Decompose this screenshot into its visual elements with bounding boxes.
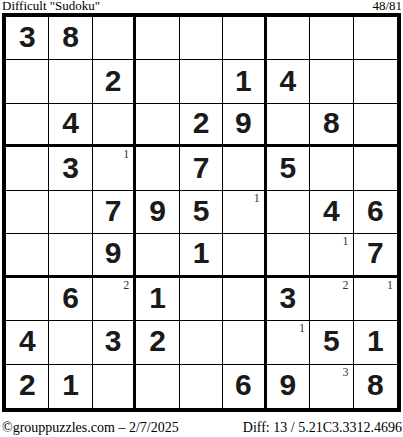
given-digit: 2	[105, 66, 122, 98]
cell-r2c2[interactable]	[49, 60, 92, 103]
cell-r2c3: 2	[93, 60, 136, 103]
cell-r5c3: 7	[93, 191, 136, 234]
cell-r8c3: 3	[93, 321, 136, 364]
given-digit: 8	[323, 108, 340, 140]
cell-r7c9[interactable]: 1	[354, 278, 397, 321]
given-digit: 9	[149, 196, 166, 228]
given-digit: 2	[193, 108, 210, 140]
sudoku-board: 3821442983175795146911762132143215121693…	[2, 13, 401, 412]
cell-r3c9[interactable]	[354, 104, 397, 147]
progress-counter: 48/81	[372, 0, 402, 12]
cell-r7c2: 6	[49, 278, 92, 321]
cell-r8c1: 4	[6, 321, 49, 364]
cell-r6c5: 1	[180, 234, 223, 277]
given-digit: 1	[235, 66, 252, 98]
cell-r4c2: 3	[49, 147, 92, 190]
given-digit: 2	[19, 370, 36, 402]
cell-r3c5: 2	[180, 104, 223, 147]
cell-r1c2: 8	[49, 17, 92, 60]
cell-r1c1: 3	[6, 17, 49, 60]
pencil-mark: 1	[299, 322, 305, 334]
cell-r2c6: 1	[223, 60, 266, 103]
cell-r3c6: 9	[223, 104, 266, 147]
page-title: Difficult "Sudoku"	[2, 0, 100, 12]
given-digit: 4	[280, 66, 297, 98]
pencil-mark: 1	[387, 279, 393, 291]
cell-r2c9[interactable]	[354, 60, 397, 103]
given-digit: 8	[62, 22, 79, 54]
cell-r9c8[interactable]: 3	[310, 365, 353, 408]
given-digit: 1	[149, 283, 166, 315]
cell-r7c6[interactable]	[223, 278, 266, 321]
cell-r3c4[interactable]	[136, 104, 179, 147]
cell-r8c5[interactable]	[180, 321, 223, 364]
cell-r5c2[interactable]	[49, 191, 92, 234]
cell-r9c9: 8	[354, 365, 397, 408]
cell-r6c4[interactable]	[136, 234, 179, 277]
given-digit: 6	[235, 370, 252, 402]
cell-r1c9[interactable]	[354, 17, 397, 60]
footer: ©grouppuzzles.com – 2/7/2025 Diff: 13 / …	[2, 418, 402, 435]
given-digit: 3	[280, 283, 297, 315]
cell-r7c3[interactable]: 2	[93, 278, 136, 321]
cell-r1c6[interactable]	[223, 17, 266, 60]
given-digit: 7	[367, 238, 384, 270]
cell-r4c1[interactable]	[6, 147, 49, 190]
given-digit: 6	[62, 283, 79, 315]
cell-r4c8[interactable]	[310, 147, 353, 190]
cell-r5c6[interactable]: 1	[223, 191, 266, 234]
cell-r2c5[interactable]	[180, 60, 223, 103]
given-digit: 5	[193, 196, 210, 228]
given-digit: 4	[62, 108, 79, 140]
cell-r3c3[interactable]	[93, 104, 136, 147]
cell-r1c3[interactable]	[93, 17, 136, 60]
given-digit: 3	[62, 153, 79, 185]
cell-r5c5: 5	[180, 191, 223, 234]
cell-r4c6[interactable]	[223, 147, 266, 190]
cell-r4c3[interactable]: 1	[93, 147, 136, 190]
cell-r4c7: 5	[267, 147, 310, 190]
cell-r3c7[interactable]	[267, 104, 310, 147]
given-digit: 3	[105, 326, 122, 358]
given-digit: 1	[367, 326, 384, 358]
cell-r9c5[interactable]	[180, 365, 223, 408]
cell-r3c8: 8	[310, 104, 353, 147]
cell-r6c9: 7	[354, 234, 397, 277]
pencil-mark: 1	[123, 148, 129, 160]
cell-r8c4: 2	[136, 321, 179, 364]
cell-r3c1[interactable]	[6, 104, 49, 147]
cell-r2c7: 4	[267, 60, 310, 103]
cell-r1c5[interactable]	[180, 17, 223, 60]
given-digit: 2	[149, 326, 166, 358]
cell-r4c9[interactable]	[354, 147, 397, 190]
cell-r5c9: 6	[354, 191, 397, 234]
cell-r1c7[interactable]	[267, 17, 310, 60]
cell-r9c6: 6	[223, 365, 266, 408]
cell-r2c1[interactable]	[6, 60, 49, 103]
given-digit: 5	[280, 153, 297, 185]
cell-r7c8[interactable]: 2	[310, 278, 353, 321]
given-digit: 1	[62, 370, 79, 402]
copyright-date: ©grouppuzzles.com – 2/7/2025	[2, 420, 179, 435]
given-digit: 4	[323, 196, 340, 228]
cell-r8c9: 1	[354, 321, 397, 364]
cell-r5c1[interactable]	[6, 191, 49, 234]
cell-r6c3: 9	[93, 234, 136, 277]
cell-r7c1[interactable]	[6, 278, 49, 321]
header: Difficult "Sudoku" 48/81	[2, 0, 402, 13]
cell-r2c4[interactable]	[136, 60, 179, 103]
pencil-mark: 3	[343, 366, 349, 378]
pencil-mark: 2	[123, 279, 129, 291]
given-digit: 4	[19, 326, 36, 358]
cell-r6c1[interactable]	[6, 234, 49, 277]
pencil-mark: 2	[343, 279, 349, 291]
cell-r6c2[interactable]	[49, 234, 92, 277]
cell-r9c2: 1	[49, 365, 92, 408]
cell-r3c2: 4	[49, 104, 92, 147]
cell-r8c7[interactable]: 1	[267, 321, 310, 364]
cell-r9c3[interactable]	[93, 365, 136, 408]
given-digit: 9	[235, 108, 252, 140]
pencil-mark: 1	[343, 235, 349, 247]
cell-r9c1: 2	[6, 365, 49, 408]
cell-r8c8: 5	[310, 321, 353, 364]
given-digit: 9	[105, 238, 122, 270]
pencil-mark: 1	[254, 192, 260, 204]
cell-r9c7: 9	[267, 365, 310, 408]
given-digit: 6	[367, 196, 384, 228]
given-digit: 7	[105, 196, 122, 228]
difficulty-code: Diff: 13 / 5.21C3.3312.4696	[243, 420, 402, 435]
cell-r4c5: 7	[180, 147, 223, 190]
given-digit: 9	[280, 370, 297, 402]
cell-r6c6[interactable]	[223, 234, 266, 277]
cell-r6c7[interactable]	[267, 234, 310, 277]
given-digit: 1	[193, 238, 210, 270]
cell-r5c4: 9	[136, 191, 179, 234]
cell-r1c8[interactable]	[310, 17, 353, 60]
cell-r1c4[interactable]	[136, 17, 179, 60]
cell-r7c4: 1	[136, 278, 179, 321]
cell-r8c6[interactable]	[223, 321, 266, 364]
cell-r5c7[interactable]	[267, 191, 310, 234]
cell-r4c4[interactable]	[136, 147, 179, 190]
cell-r8c2[interactable]	[49, 321, 92, 364]
sudoku-page: Difficult "Sudoku" 48/81 382144298317579…	[0, 0, 403, 437]
cell-r2c8[interactable]	[310, 60, 353, 103]
cell-r7c7: 3	[267, 278, 310, 321]
cell-r9c4[interactable]	[136, 365, 179, 408]
given-digit: 8	[367, 370, 384, 402]
given-digit: 3	[19, 22, 36, 54]
cell-r6c8[interactable]: 1	[310, 234, 353, 277]
cell-r5c8: 4	[310, 191, 353, 234]
given-digit: 5	[323, 326, 340, 358]
cell-r7c5[interactable]	[180, 278, 223, 321]
given-digit: 7	[193, 153, 210, 185]
